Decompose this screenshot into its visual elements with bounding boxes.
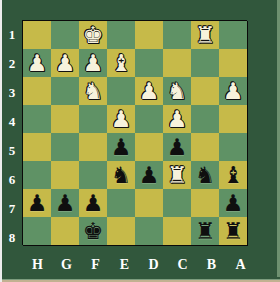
white-rook-piece: ♜ bbox=[167, 161, 188, 189]
black-bishop-piece: ♝ bbox=[223, 161, 244, 189]
square-c6[interactable]: ♜ bbox=[163, 161, 192, 190]
rank-label-8: 8 bbox=[2, 223, 22, 252]
square-c4[interactable]: ♟ bbox=[163, 105, 192, 134]
chess-board-frame: 1 2 3 4 5 6 7 8 ♚♜♟♟♟♝♞♟♞♟♟♟♟♟♞♟♜♞♝♟♟♟♟♚… bbox=[0, 0, 280, 282]
square-b2[interactable] bbox=[191, 49, 220, 78]
square-e8[interactable] bbox=[107, 217, 136, 246]
square-d8[interactable] bbox=[135, 217, 164, 246]
white-pawn-piece: ♟ bbox=[111, 105, 132, 133]
square-a6[interactable]: ♝ bbox=[219, 161, 248, 190]
square-b5[interactable] bbox=[191, 133, 220, 162]
file-labels: H G F E D C B A bbox=[23, 253, 255, 279]
square-a4[interactable] bbox=[219, 105, 248, 134]
square-h2[interactable]: ♟ bbox=[23, 49, 52, 78]
square-b8[interactable]: ♜ bbox=[191, 217, 220, 246]
frame-right-bevel bbox=[277, 0, 280, 277]
file-label-f: F bbox=[81, 253, 110, 279]
black-pawn-piece: ♟ bbox=[139, 161, 160, 189]
black-pawn-piece: ♟ bbox=[223, 189, 244, 217]
file-label-b: B bbox=[197, 253, 226, 279]
square-h3[interactable] bbox=[23, 77, 52, 106]
square-e5[interactable]: ♟ bbox=[107, 133, 136, 162]
square-h8[interactable] bbox=[23, 217, 52, 246]
square-b1[interactable]: ♜ bbox=[191, 21, 220, 50]
white-pawn-piece: ♟ bbox=[167, 105, 188, 133]
square-f4[interactable] bbox=[79, 105, 108, 134]
file-label-d: D bbox=[139, 253, 168, 279]
rank-label-7: 7 bbox=[2, 194, 22, 223]
square-h6[interactable] bbox=[23, 161, 52, 190]
square-f6[interactable] bbox=[79, 161, 108, 190]
square-a1[interactable] bbox=[219, 21, 248, 50]
square-d7[interactable] bbox=[135, 189, 164, 218]
rank-labels: 1 2 3 4 5 6 7 8 bbox=[2, 20, 22, 252]
square-e2[interactable]: ♝ bbox=[107, 49, 136, 78]
white-knight-piece: ♞ bbox=[167, 77, 188, 105]
rank-label-3: 3 bbox=[2, 78, 22, 107]
square-f8[interactable]: ♚ bbox=[79, 217, 108, 246]
square-c5[interactable]: ♟ bbox=[163, 133, 192, 162]
white-rook-piece: ♜ bbox=[195, 21, 216, 49]
square-a3[interactable]: ♟ bbox=[219, 77, 248, 106]
square-g1[interactable] bbox=[51, 21, 80, 50]
square-d2[interactable] bbox=[135, 49, 164, 78]
black-pawn-piece: ♟ bbox=[83, 189, 104, 217]
square-c2[interactable] bbox=[163, 49, 192, 78]
square-b7[interactable] bbox=[191, 189, 220, 218]
file-label-c: C bbox=[168, 253, 197, 279]
square-g4[interactable] bbox=[51, 105, 80, 134]
file-label-h: H bbox=[23, 253, 52, 279]
square-h7[interactable]: ♟ bbox=[23, 189, 52, 218]
square-b3[interactable] bbox=[191, 77, 220, 106]
black-rook-piece: ♜ bbox=[223, 217, 244, 245]
square-a2[interactable] bbox=[219, 49, 248, 78]
square-g3[interactable] bbox=[51, 77, 80, 106]
black-knight-piece: ♞ bbox=[195, 161, 216, 189]
white-bishop-piece: ♝ bbox=[111, 49, 132, 77]
black-pawn-piece: ♟ bbox=[167, 133, 188, 161]
square-e6[interactable]: ♞ bbox=[107, 161, 136, 190]
square-g7[interactable]: ♟ bbox=[51, 189, 80, 218]
square-g2[interactable]: ♟ bbox=[51, 49, 80, 78]
square-d6[interactable]: ♟ bbox=[135, 161, 164, 190]
square-b4[interactable] bbox=[191, 105, 220, 134]
rank-label-5: 5 bbox=[2, 136, 22, 165]
square-d5[interactable] bbox=[135, 133, 164, 162]
square-a8[interactable]: ♜ bbox=[219, 217, 248, 246]
square-c1[interactable] bbox=[163, 21, 192, 50]
square-f5[interactable] bbox=[79, 133, 108, 162]
square-h1[interactable] bbox=[23, 21, 52, 50]
square-e4[interactable]: ♟ bbox=[107, 105, 136, 134]
square-g8[interactable] bbox=[51, 217, 80, 246]
square-f3[interactable]: ♞ bbox=[79, 77, 108, 106]
square-d3[interactable]: ♟ bbox=[135, 77, 164, 106]
file-label-a: A bbox=[226, 253, 255, 279]
square-f1[interactable]: ♚ bbox=[79, 21, 108, 50]
square-c3[interactable]: ♞ bbox=[163, 77, 192, 106]
rank-label-4: 4 bbox=[2, 107, 22, 136]
rank-label-6: 6 bbox=[2, 165, 22, 194]
chess-board: ♚♜♟♟♟♝♞♟♞♟♟♟♟♟♞♟♜♞♝♟♟♟♟♚♜♜ bbox=[22, 20, 247, 245]
square-e1[interactable] bbox=[107, 21, 136, 50]
square-f7[interactable]: ♟ bbox=[79, 189, 108, 218]
square-b6[interactable]: ♞ bbox=[191, 161, 220, 190]
square-d4[interactable] bbox=[135, 105, 164, 134]
black-pawn-piece: ♟ bbox=[55, 189, 76, 217]
square-h5[interactable] bbox=[23, 133, 52, 162]
rank-label-1: 1 bbox=[2, 20, 22, 49]
square-g6[interactable] bbox=[51, 161, 80, 190]
black-knight-piece: ♞ bbox=[111, 161, 132, 189]
white-knight-piece: ♞ bbox=[83, 77, 104, 105]
square-f2[interactable]: ♟ bbox=[79, 49, 108, 78]
square-e7[interactable] bbox=[107, 189, 136, 218]
square-a5[interactable] bbox=[219, 133, 248, 162]
white-king-piece: ♚ bbox=[83, 21, 104, 49]
white-pawn-piece: ♟ bbox=[55, 49, 76, 77]
black-pawn-piece: ♟ bbox=[111, 133, 132, 161]
square-c8[interactable] bbox=[163, 217, 192, 246]
white-pawn-piece: ♟ bbox=[139, 77, 160, 105]
file-label-e: E bbox=[110, 253, 139, 279]
black-pawn-piece: ♟ bbox=[27, 189, 48, 217]
square-c7[interactable] bbox=[163, 189, 192, 218]
white-pawn-piece: ♟ bbox=[223, 77, 244, 105]
white-pawn-piece: ♟ bbox=[27, 49, 48, 77]
black-king-piece: ♚ bbox=[83, 217, 104, 245]
square-h4[interactable] bbox=[23, 105, 52, 134]
square-a7[interactable]: ♟ bbox=[219, 189, 248, 218]
black-rook-piece: ♜ bbox=[195, 217, 216, 245]
white-pawn-piece: ♟ bbox=[83, 49, 104, 77]
square-g5[interactable] bbox=[51, 133, 80, 162]
rank-label-2: 2 bbox=[2, 49, 22, 78]
file-label-g: G bbox=[52, 253, 81, 279]
square-e3[interactable] bbox=[107, 77, 136, 106]
square-d1[interactable] bbox=[135, 21, 164, 50]
